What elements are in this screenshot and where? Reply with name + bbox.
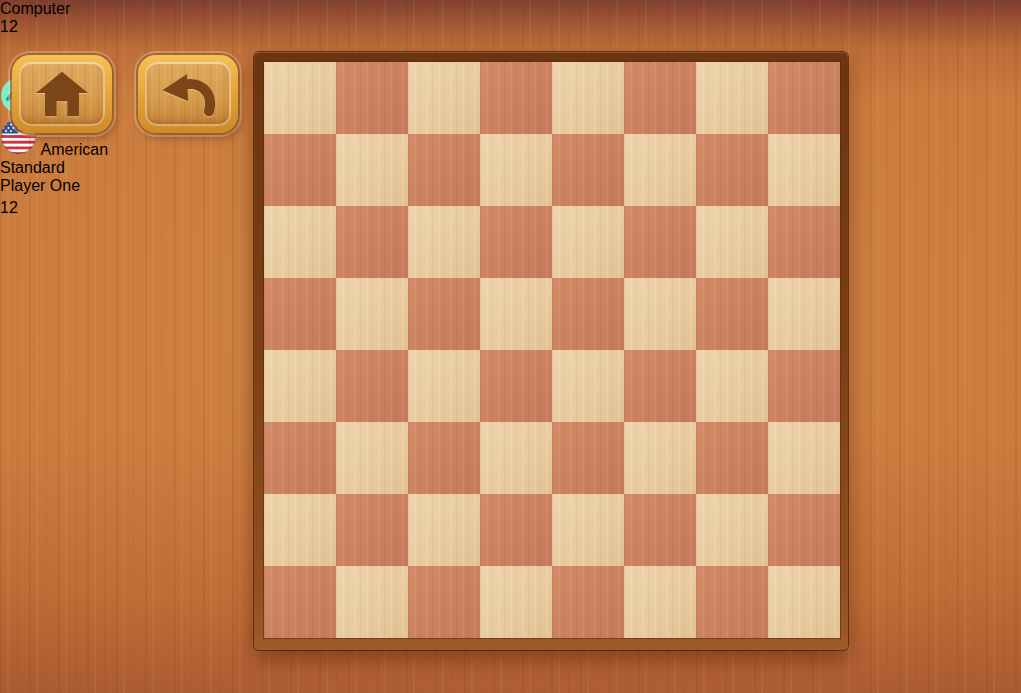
square-r4c2 <box>336 278 408 350</box>
computer-name-label: Computer <box>0 0 148 18</box>
dark-checker-man[interactable] <box>269 570 331 632</box>
board-frame <box>254 52 848 650</box>
square-r6c4 <box>480 422 552 494</box>
light-checker-man[interactable] <box>557 282 619 344</box>
dark-checker-man[interactable] <box>773 498 835 560</box>
light-checker-man[interactable] <box>557 138 619 200</box>
square-r2c5[interactable] <box>552 134 624 206</box>
square-r1c3 <box>408 62 480 134</box>
square-r7c4[interactable] <box>480 494 552 566</box>
dark-checker-man[interactable] <box>557 570 619 632</box>
square-r5c1 <box>264 350 336 422</box>
square-r4c1[interactable] <box>264 278 336 350</box>
square-r2c4 <box>480 134 552 206</box>
light-checker-man[interactable] <box>413 138 475 200</box>
game-screen: Computer 12 Medium <box>0 0 1021 693</box>
square-r5c7 <box>696 350 768 422</box>
square-r5c4[interactable] <box>480 350 552 422</box>
undo-arrow-icon <box>157 70 219 118</box>
square-r7c5 <box>552 494 624 566</box>
square-r4c6 <box>624 278 696 350</box>
square-r5c6[interactable] <box>624 350 696 422</box>
square-r4c8 <box>768 278 840 350</box>
square-r8c2 <box>336 566 408 638</box>
square-r2c3[interactable] <box>408 134 480 206</box>
square-r8c1[interactable] <box>264 566 336 638</box>
dark-checker-man[interactable] <box>341 498 403 560</box>
light-checker-man[interactable] <box>485 210 547 272</box>
light-checker-man[interactable] <box>485 66 547 128</box>
square-r3c4[interactable] <box>480 206 552 278</box>
square-r4c5[interactable] <box>552 278 624 350</box>
square-r1c5 <box>552 62 624 134</box>
square-r3c1 <box>264 206 336 278</box>
square-r7c8[interactable] <box>768 494 840 566</box>
light-checker-man[interactable] <box>629 66 691 128</box>
player-one-score-panel: Player One 12 <box>0 177 151 249</box>
square-r8c6 <box>624 566 696 638</box>
light-checker-man[interactable] <box>341 210 403 272</box>
square-r1c4[interactable] <box>480 62 552 134</box>
home-icon <box>33 69 91 119</box>
square-r5c8[interactable] <box>768 350 840 422</box>
dark-checker-man[interactable] <box>701 570 763 632</box>
light-checker-man[interactable] <box>773 210 835 272</box>
square-r1c6[interactable] <box>624 62 696 134</box>
dark-checker-man[interactable] <box>629 354 691 416</box>
rules-line2: Standard <box>0 159 65 176</box>
square-r6c1[interactable] <box>264 422 336 494</box>
square-r4c7[interactable] <box>696 278 768 350</box>
square-r1c2[interactable] <box>336 62 408 134</box>
dark-checker-man[interactable] <box>557 426 619 488</box>
square-r5c3 <box>408 350 480 422</box>
square-r4c4 <box>480 278 552 350</box>
square-r1c1 <box>264 62 336 134</box>
light-checker-man[interactable] <box>341 66 403 128</box>
player-one-score-panel-face: Player One 12 <box>0 177 151 217</box>
square-r5c5 <box>552 350 624 422</box>
square-r2c1[interactable] <box>264 134 336 206</box>
home-button[interactable] <box>12 55 112 133</box>
square-r6c7[interactable] <box>696 422 768 494</box>
square-r1c8[interactable] <box>768 62 840 134</box>
computer-score-panel-face: Computer 12 <box>0 0 148 36</box>
square-r6c6 <box>624 422 696 494</box>
square-r6c5[interactable] <box>552 422 624 494</box>
square-r8c3[interactable] <box>408 566 480 638</box>
square-r3c7 <box>696 206 768 278</box>
player-one-name-label: Player One <box>0 177 151 195</box>
square-r7c1 <box>264 494 336 566</box>
square-r8c4 <box>480 566 552 638</box>
square-r6c8 <box>768 422 840 494</box>
square-r7c7 <box>696 494 768 566</box>
dark-checker-man[interactable] <box>701 426 763 488</box>
square-r2c8 <box>768 134 840 206</box>
square-r2c6 <box>624 134 696 206</box>
square-r6c2 <box>336 422 408 494</box>
dark-checker-man[interactable] <box>629 498 691 560</box>
rules-line1: American <box>41 141 109 158</box>
us-flag-icon <box>0 141 41 158</box>
checkers-board <box>264 62 840 638</box>
square-r1c7 <box>696 62 768 134</box>
square-r3c6[interactable] <box>624 206 696 278</box>
square-r7c3 <box>408 494 480 566</box>
undo-button[interactable] <box>138 55 238 133</box>
square-r4c3[interactable] <box>408 278 480 350</box>
square-r5c2[interactable] <box>336 350 408 422</box>
light-checker-man[interactable] <box>269 282 331 344</box>
square-r3c3 <box>408 206 480 278</box>
square-r3c2[interactable] <box>336 206 408 278</box>
square-r2c2 <box>336 134 408 206</box>
light-checker-man[interactable] <box>701 138 763 200</box>
dark-checker-man[interactable] <box>413 570 475 632</box>
square-r8c5[interactable] <box>552 566 624 638</box>
square-r3c8[interactable] <box>768 206 840 278</box>
home-button-face <box>19 62 105 126</box>
square-r6c3[interactable] <box>408 422 480 494</box>
square-r2c7[interactable] <box>696 134 768 206</box>
dark-checker-man[interactable] <box>341 354 403 416</box>
dark-checker-man[interactable] <box>413 426 475 488</box>
player-one-piece-count: 12 <box>0 199 151 217</box>
light-checker-man[interactable] <box>773 66 835 128</box>
square-r3c5 <box>552 206 624 278</box>
square-r8c7[interactable] <box>696 566 768 638</box>
square-r7c2[interactable] <box>336 494 408 566</box>
computer-piece-count: 12 <box>0 18 148 36</box>
square-r7c6[interactable] <box>624 494 696 566</box>
square-r8c8 <box>768 566 840 638</box>
undo-button-face <box>145 62 231 126</box>
